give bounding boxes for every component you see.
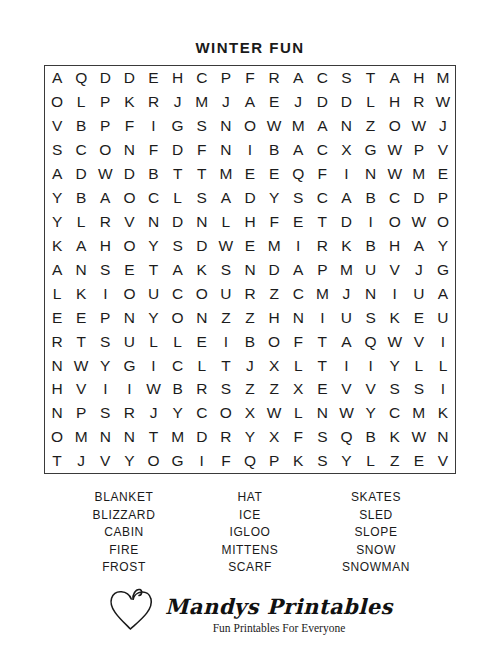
grid-cell-r1c6: H <box>166 66 190 90</box>
grid-cell-r9c7: K <box>190 258 214 282</box>
grid-cell-r12c13: A <box>334 329 358 353</box>
grid-cell-r8c2: A <box>69 234 93 258</box>
grid-cell-r7c4: V <box>117 210 141 234</box>
grid-cell-r10c7: O <box>190 281 214 305</box>
grid-cell-r12c16: V <box>407 329 431 353</box>
grid-cell-r2c2: L <box>69 90 93 114</box>
grid-cell-r5c4: D <box>117 162 141 186</box>
grid-cell-r14c15: S <box>383 377 407 401</box>
grid-cell-r17c14: L <box>359 449 383 473</box>
grid-cell-r14c17: I <box>431 377 455 401</box>
word-cabin: CABIN <box>104 524 144 542</box>
grid-cell-r10c12: M <box>310 281 334 305</box>
grid-cell-r11c8: Z <box>214 305 238 329</box>
grid-cell-r8c3: H <box>93 234 117 258</box>
grid-cell-r12c5: L <box>141 329 165 353</box>
grid-cell-r2c16: R <box>407 90 431 114</box>
grid-cell-r7c5: N <box>141 210 165 234</box>
grid-cell-r9c12: P <box>310 258 334 282</box>
grid-cell-r12c10: O <box>262 329 286 353</box>
grid-cell-r12c8: I <box>214 329 238 353</box>
grid-cell-r11c11: N <box>286 305 310 329</box>
brand-name: Mandys Printables <box>165 596 393 618</box>
grid-cell-r1c13: S <box>334 66 358 90</box>
grid-cell-r6c7: S <box>190 186 214 210</box>
grid-cell-r15c10: W <box>262 401 286 425</box>
grid-cell-r16c3: N <box>93 425 117 449</box>
grid-cell-r14c13: V <box>334 377 358 401</box>
grid-cell-r9c5: T <box>141 258 165 282</box>
grid-cell-r4c13: X <box>334 138 358 162</box>
grid-cell-r6c13: A <box>334 186 358 210</box>
word-slope: SLOPE <box>354 524 397 542</box>
grid-cell-r6c3: A <box>93 186 117 210</box>
grid-cell-r6c5: C <box>141 186 165 210</box>
grid-cell-r7c2: L <box>69 210 93 234</box>
grid-cell-r7c11: E <box>286 210 310 234</box>
grid-cell-r2c8: J <box>214 90 238 114</box>
word-list: BLANKETBLIZZARDCABINFIREFROSTHATICEIGLOO… <box>0 489 500 577</box>
grid-cell-r15c13: W <box>334 401 358 425</box>
grid-cell-r9c6: A <box>166 258 190 282</box>
grid-cell-r12c2: T <box>69 329 93 353</box>
grid-cell-r3c1: V <box>45 114 69 138</box>
grid-cell-r11c4: N <box>117 305 141 329</box>
grid-cell-r1c10: R <box>262 66 286 90</box>
grid-cell-r7c8: L <box>214 210 238 234</box>
grid-cell-r5c14: N <box>359 162 383 186</box>
grid-cell-r14c14: V <box>359 377 383 401</box>
grid-cell-r3c5: I <box>141 114 165 138</box>
grid-cell-r3c15: O <box>383 114 407 138</box>
grid-cell-r16c13: Q <box>334 425 358 449</box>
word-scarf: SCARF <box>228 559 272 577</box>
grid-cell-r14c16: S <box>407 377 431 401</box>
grid-cell-r10c8: U <box>214 281 238 305</box>
grid-cell-r13c8: T <box>214 353 238 377</box>
grid-cell-r13c6: C <box>166 353 190 377</box>
grid-cell-r10c3: I <box>93 281 117 305</box>
grid-cell-r2c7: M <box>190 90 214 114</box>
grid-cell-r3c12: A <box>310 114 334 138</box>
grid-cell-r16c10: X <box>262 425 286 449</box>
grid-cell-r2c10: E <box>262 90 286 114</box>
word-snowman: SNOWMAN <box>342 559 410 577</box>
grid-cell-r13c7: L <box>190 353 214 377</box>
grid-cell-r14c2: V <box>69 377 93 401</box>
grid-cell-r13c9: J <box>238 353 262 377</box>
grid-cell-r7c12: T <box>310 210 334 234</box>
grid-cell-r14c5: W <box>141 377 165 401</box>
grid-cell-r6c1: Y <box>45 186 69 210</box>
grid-cell-r15c8: O <box>214 401 238 425</box>
grid-cell-r10c11: C <box>286 281 310 305</box>
grid-cell-r11c6: O <box>166 305 190 329</box>
grid-cell-r16c4: N <box>117 425 141 449</box>
grid-cell-r5c10: E <box>262 162 286 186</box>
word-blizzard: BLIZZARD <box>93 507 156 525</box>
grid-cell-r11c14: S <box>359 305 383 329</box>
grid-cell-r17c6: G <box>166 449 190 473</box>
grid-cell-r7c9: H <box>238 210 262 234</box>
grid-cell-r5c6: T <box>166 162 190 186</box>
grid-cell-r11c7: N <box>190 305 214 329</box>
grid-cell-r2c13: D <box>334 90 358 114</box>
grid-cell-r8c4: O <box>117 234 141 258</box>
grid-cell-r2c1: O <box>45 90 69 114</box>
grid-cell-r10c1: L <box>45 281 69 305</box>
letter-grid: AQDDEHCPFRACSTAHMOLPKRJMJAEJDDLHRWVBPFIG… <box>44 65 456 474</box>
word-snow: SNOW <box>356 542 396 560</box>
grid-cell-r16c11: F <box>286 425 310 449</box>
grid-cell-r1c2: Q <box>69 66 93 90</box>
grid-cell-r12c14: Q <box>359 329 383 353</box>
grid-cell-r10c2: K <box>69 281 93 305</box>
grid-cell-r11c16: E <box>407 305 431 329</box>
worksheet-page: WINTER FUN AQDDEHCPFRACSTAHMOLPKRJMJAEJD… <box>0 0 500 647</box>
grid-cell-r8c7: D <box>190 234 214 258</box>
grid-cell-r13c16: L <box>407 353 431 377</box>
word-sled: SLED <box>359 507 393 525</box>
grid-cell-r6c12: C <box>310 186 334 210</box>
grid-cell-r3c11: M <box>286 114 310 138</box>
word-frost: FROST <box>102 559 146 577</box>
grid-cell-r6c6: L <box>166 186 190 210</box>
grid-cell-r11c9: Z <box>238 305 262 329</box>
grid-cell-r4c16: P <box>407 138 431 162</box>
grid-cell-r4c10: B <box>262 138 286 162</box>
grid-cell-r17c17: V <box>431 449 455 473</box>
grid-cell-r16c17: N <box>431 425 455 449</box>
grid-cell-r3c6: G <box>166 114 190 138</box>
grid-cell-r2c6: J <box>166 90 190 114</box>
grid-cell-r3c17: J <box>431 114 455 138</box>
grid-cell-r13c15: Y <box>383 353 407 377</box>
grid-cell-r9c14: U <box>359 258 383 282</box>
grid-cell-r9c10: D <box>262 258 286 282</box>
grid-cell-r11c13: U <box>334 305 358 329</box>
grid-cell-r11c2: E <box>69 305 93 329</box>
grid-cell-r15c4: R <box>117 401 141 425</box>
grid-cell-r1c3: D <box>93 66 117 90</box>
word-mittens: MITTENS <box>222 542 279 560</box>
grid-cell-r13c3: Y <box>93 353 117 377</box>
grid-cell-r15c2: P <box>69 401 93 425</box>
grid-cell-r1c5: E <box>141 66 165 90</box>
grid-cell-r12c17: I <box>431 329 455 353</box>
grid-cell-r16c2: M <box>69 425 93 449</box>
grid-cell-r11c15: K <box>383 305 407 329</box>
grid-cell-r8c8: W <box>214 234 238 258</box>
grid-cell-r16c5: T <box>141 425 165 449</box>
grid-cell-r16c6: M <box>166 425 190 449</box>
brand-text-block: Mandys Printables Fun Printables For Eve… <box>165 596 393 633</box>
grid-cell-r1c4: D <box>117 66 141 90</box>
grid-cell-r13c13: I <box>334 353 358 377</box>
grid-cell-r11c12: I <box>310 305 334 329</box>
grid-cell-r5c5: B <box>141 162 165 186</box>
grid-cell-r16c1: O <box>45 425 69 449</box>
grid-cell-r14c8: S <box>214 377 238 401</box>
grid-cell-r3c9: O <box>238 114 262 138</box>
grid-cell-r7c1: Y <box>45 210 69 234</box>
grid-cell-r2c5: R <box>141 90 165 114</box>
grid-cell-r3c8: N <box>214 114 238 138</box>
grid-cell-r16c16: W <box>407 425 431 449</box>
grid-cell-r8c5: Y <box>141 234 165 258</box>
word-blanket: BLANKET <box>95 489 154 507</box>
grid-cell-r9c2: N <box>69 258 93 282</box>
grid-cell-r9c11: A <box>286 258 310 282</box>
grid-cell-r9c15: V <box>383 258 407 282</box>
grid-cell-r9c3: S <box>93 258 117 282</box>
grid-cell-r13c17: L <box>431 353 455 377</box>
grid-cell-r11c5: Y <box>141 305 165 329</box>
grid-cell-r6c16: D <box>407 186 431 210</box>
grid-cell-r13c4: G <box>117 353 141 377</box>
grid-cell-r10c17: A <box>431 281 455 305</box>
grid-cell-r17c5: O <box>141 449 165 473</box>
grid-cell-r15c3: S <box>93 401 117 425</box>
grid-cell-r4c2: C <box>69 138 93 162</box>
grid-cell-r17c16: E <box>407 449 431 473</box>
grid-cell-r1c17: M <box>431 66 455 90</box>
grid-cell-r15c14: Y <box>359 401 383 425</box>
grid-cell-r8c6: S <box>166 234 190 258</box>
grid-cell-r4c5: F <box>141 138 165 162</box>
grid-cell-r6c8: A <box>214 186 238 210</box>
grid-cell-r1c9: F <box>238 66 262 90</box>
grid-cell-r11c10: H <box>262 305 286 329</box>
grid-cell-r5c8: M <box>214 162 238 186</box>
grid-cell-r9c13: M <box>334 258 358 282</box>
grid-cell-r16c7: D <box>190 425 214 449</box>
grid-cell-r12c4: U <box>117 329 141 353</box>
grid-cell-r16c9: Y <box>238 425 262 449</box>
grid-cell-r12c6: L <box>166 329 190 353</box>
grid-cell-r9c9: N <box>238 258 262 282</box>
grid-cell-r6c9: D <box>238 186 262 210</box>
grid-cell-r16c14: B <box>359 425 383 449</box>
grid-cell-r8c10: M <box>262 234 286 258</box>
grid-cell-r10c6: C <box>166 281 190 305</box>
grid-cell-r13c14: I <box>359 353 383 377</box>
grid-cell-r8c16: A <box>407 234 431 258</box>
grid-cell-r7c6: D <box>166 210 190 234</box>
grid-cell-r6c11: S <box>286 186 310 210</box>
grid-cell-r1c11: A <box>286 66 310 90</box>
grid-cell-r6c10: Y <box>262 186 286 210</box>
grid-cell-r5c7: T <box>190 162 214 186</box>
grid-cell-r11c3: P <box>93 305 117 329</box>
grid-cell-r10c4: O <box>117 281 141 305</box>
grid-cell-r14c9: Z <box>238 377 262 401</box>
grid-cell-r2c4: K <box>117 90 141 114</box>
grid-cell-r4c3: O <box>93 138 117 162</box>
word-hat: HAT <box>238 489 263 507</box>
grid-cell-r4c6: D <box>166 138 190 162</box>
grid-cell-r7c14: I <box>359 210 383 234</box>
grid-cell-r15c15: C <box>383 401 407 425</box>
grid-cell-r6c14: B <box>359 186 383 210</box>
grid-cell-r8c17: Y <box>431 234 455 258</box>
grid-cell-r9c1: A <box>45 258 69 282</box>
grid-cell-r8c1: K <box>45 234 69 258</box>
grid-cell-r13c10: X <box>262 353 286 377</box>
grid-cell-r3c2: B <box>69 114 93 138</box>
grid-cell-r16c8: R <box>214 425 238 449</box>
grid-cell-r5c3: W <box>93 162 117 186</box>
grid-cell-r17c8: F <box>214 449 238 473</box>
grid-cell-r4c12: C <box>310 138 334 162</box>
grid-cell-r16c12: S <box>310 425 334 449</box>
grid-cell-r17c13: Y <box>334 449 358 473</box>
grid-cell-r14c10: Z <box>262 377 286 401</box>
grid-cell-r16c15: K <box>383 425 407 449</box>
grid-cell-r1c14: T <box>359 66 383 90</box>
grid-cell-r12c7: E <box>190 329 214 353</box>
grid-cell-r15c12: N <box>310 401 334 425</box>
grid-cell-r3c16: W <box>407 114 431 138</box>
brand-footer: Mandys Printables Fun Printables For Eve… <box>0 591 500 639</box>
grid-cell-r1c16: H <box>407 66 431 90</box>
grid-cell-r4c11: A <box>286 138 310 162</box>
grid-cell-r17c10: P <box>262 449 286 473</box>
word-fire: FIRE <box>109 542 139 560</box>
grid-cell-r15c16: M <box>407 401 431 425</box>
grid-cell-r4c15: W <box>383 138 407 162</box>
grid-cell-r3c3: P <box>93 114 117 138</box>
grid-cell-r10c10: Z <box>262 281 286 305</box>
grid-cell-r10c9: R <box>238 281 262 305</box>
grid-cell-r5c12: F <box>310 162 334 186</box>
grid-cell-r1c15: A <box>383 66 407 90</box>
grid-cell-r13c2: W <box>69 353 93 377</box>
grid-cell-r10c13: J <box>334 281 358 305</box>
grid-cell-r4c7: F <box>190 138 214 162</box>
grid-cell-r10c5: U <box>141 281 165 305</box>
grid-cell-r5c17: E <box>431 162 455 186</box>
word-skates: SKATES <box>351 489 401 507</box>
grid-cell-r1c1: A <box>45 66 69 90</box>
grid-cell-r3c4: F <box>117 114 141 138</box>
grid-cell-r14c4: I <box>117 377 141 401</box>
grid-cell-r14c3: I <box>93 377 117 401</box>
grid-cell-r4c8: N <box>214 138 238 162</box>
grid-cell-r13c11: L <box>286 353 310 377</box>
grid-cell-r8c11: I <box>286 234 310 258</box>
grid-cell-r4c17: V <box>431 138 455 162</box>
grid-cell-r14c6: B <box>166 377 190 401</box>
grid-cell-r4c14: G <box>359 138 383 162</box>
grid-cell-r14c11: X <box>286 377 310 401</box>
grid-cell-r10c15: I <box>383 281 407 305</box>
grid-cell-r7c3: R <box>93 210 117 234</box>
grid-cell-r9c8: S <box>214 258 238 282</box>
grid-cell-r5c2: D <box>69 162 93 186</box>
grid-cell-r3c7: S <box>190 114 214 138</box>
grid-cell-r5c9: E <box>238 162 262 186</box>
grid-cell-r11c1: E <box>45 305 69 329</box>
grid-cell-r2c15: H <box>383 90 407 114</box>
grid-cell-r1c7: C <box>190 66 214 90</box>
grid-cell-r6c4: O <box>117 186 141 210</box>
grid-cell-r17c1: T <box>45 449 69 473</box>
grid-cell-r7c13: D <box>334 210 358 234</box>
grid-cell-r11c17: U <box>431 305 455 329</box>
grid-cell-r10c14: N <box>359 281 383 305</box>
grid-cell-r17c15: Z <box>383 449 407 473</box>
grid-cell-r14c12: E <box>310 377 334 401</box>
grid-cell-r4c4: N <box>117 138 141 162</box>
grid-cell-r3c14: Z <box>359 114 383 138</box>
grid-cell-r5c16: M <box>407 162 431 186</box>
grid-cell-r12c1: R <box>45 329 69 353</box>
grid-cell-r9c16: J <box>407 258 431 282</box>
word-list-column-2: HATICEIGLOOMITTENSSCARF <box>206 489 294 577</box>
word-ice: ICE <box>239 507 261 525</box>
grid-cell-r2c3: P <box>93 90 117 114</box>
grid-cell-r8c15: H <box>383 234 407 258</box>
grid-cell-r15c9: X <box>238 401 262 425</box>
grid-cell-r2c9: A <box>238 90 262 114</box>
grid-cell-r15c7: C <box>190 401 214 425</box>
grid-cell-r5c15: W <box>383 162 407 186</box>
grid-cell-r9c17: G <box>431 258 455 282</box>
grid-cell-r6c2: B <box>69 186 93 210</box>
grid-cell-r12c3: S <box>93 329 117 353</box>
grid-cell-r12c9: B <box>238 329 262 353</box>
word-igloo: IGLOO <box>229 524 270 542</box>
grid-cell-r15c6: Y <box>166 401 190 425</box>
grid-cell-r15c5: J <box>141 401 165 425</box>
grid-cell-r13c5: I <box>141 353 165 377</box>
grid-cell-r7c16: W <box>407 210 431 234</box>
grid-cell-r2c12: D <box>310 90 334 114</box>
grid-cell-r15c17: K <box>431 401 455 425</box>
grid-cell-r2c17: W <box>431 90 455 114</box>
grid-cell-r14c1: H <box>45 377 69 401</box>
grid-cell-r8c13: K <box>334 234 358 258</box>
heart-outline-icon <box>107 587 159 639</box>
grid-cell-r1c8: P <box>214 66 238 90</box>
grid-cell-r15c1: N <box>45 401 69 425</box>
grid-cell-r14c7: R <box>190 377 214 401</box>
grid-cell-r7c10: F <box>262 210 286 234</box>
grid-cell-r17c7: I <box>190 449 214 473</box>
grid-cell-r12c11: F <box>286 329 310 353</box>
grid-cell-r6c15: C <box>383 186 407 210</box>
word-list-column-1: BLANKETBLIZZARDCABINFIREFROST <box>80 489 168 577</box>
grid-cell-r8c14: B <box>359 234 383 258</box>
grid-cell-r3c13: N <box>334 114 358 138</box>
grid-cell-r2c11: J <box>286 90 310 114</box>
grid-cell-r4c9: I <box>238 138 262 162</box>
grid-cell-r3c10: W <box>262 114 286 138</box>
grid-cell-r1c12: C <box>310 66 334 90</box>
grid-cell-r8c9: E <box>238 234 262 258</box>
grid-cell-r9c4: E <box>117 258 141 282</box>
grid-cell-r7c15: O <box>383 210 407 234</box>
grid-cell-r12c12: T <box>310 329 334 353</box>
grid-cell-r2c14: L <box>359 90 383 114</box>
grid-cell-r17c9: Q <box>238 449 262 473</box>
puzzle-title: WINTER FUN <box>0 0 500 56</box>
grid-cell-r12c15: W <box>383 329 407 353</box>
grid-cell-r7c7: N <box>190 210 214 234</box>
grid-cell-r8c12: R <box>310 234 334 258</box>
grid-cell-r17c11: K <box>286 449 310 473</box>
